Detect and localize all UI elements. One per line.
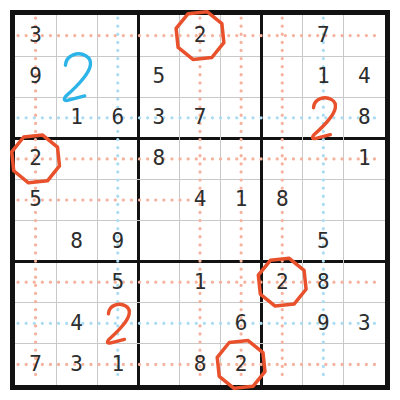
cell-r4c2[interactable] xyxy=(56,138,97,179)
cell-r3c2[interactable]: 1 xyxy=(56,97,97,138)
cell-r6c6[interactable] xyxy=(221,221,262,262)
cell-r5c2[interactable] xyxy=(56,179,97,220)
cell-r2c6[interactable] xyxy=(221,56,262,97)
cell-r8c3[interactable] xyxy=(97,303,138,344)
cell-r2c8[interactable]: 1 xyxy=(303,56,344,97)
cell-r2c4[interactable]: 5 xyxy=(138,56,179,97)
cell-r9c6[interactable]: 2 xyxy=(221,344,262,385)
cell-r9c4[interactable] xyxy=(138,344,179,385)
cell-r5c3[interactable] xyxy=(97,179,138,220)
cell-r7c9[interactable] xyxy=(344,262,385,303)
cell-r8c4[interactable] xyxy=(138,303,179,344)
cell-r9c7[interactable] xyxy=(262,344,303,385)
cell-r4c4[interactable]: 8 xyxy=(138,138,179,179)
cell-r5c7[interactable]: 8 xyxy=(262,179,303,220)
cell-r7c7[interactable]: 2 xyxy=(262,262,303,303)
cell-r6c8[interactable]: 5 xyxy=(303,221,344,262)
cell-r9c3[interactable]: 1 xyxy=(97,344,138,385)
sudoku-tutorial-canvas: 32795141637828154188955128469373182 xyxy=(0,0,400,400)
cell-r4c6[interactable] xyxy=(221,138,262,179)
cell-r1c6[interactable] xyxy=(221,15,262,56)
cell-r7c5[interactable]: 1 xyxy=(179,262,220,303)
cell-r7c3[interactable]: 5 xyxy=(97,262,138,303)
cell-r5c6[interactable]: 1 xyxy=(221,179,262,220)
cell-r8c9[interactable]: 3 xyxy=(344,303,385,344)
cell-r1c1[interactable]: 3 xyxy=(15,15,56,56)
cell-r5c5[interactable]: 4 xyxy=(179,179,220,220)
cell-r9c1[interactable]: 7 xyxy=(15,344,56,385)
cell-r6c3[interactable]: 9 xyxy=(97,221,138,262)
cell-r1c2[interactable] xyxy=(56,15,97,56)
cell-r2c3[interactable] xyxy=(97,56,138,97)
cell-r2c1[interactable]: 9 xyxy=(15,56,56,97)
cell-r3c8[interactable] xyxy=(303,97,344,138)
cell-r9c8[interactable] xyxy=(303,344,344,385)
cell-r3c7[interactable] xyxy=(262,97,303,138)
cell-r4c9[interactable]: 1 xyxy=(344,138,385,179)
cell-r2c9[interactable]: 4 xyxy=(344,56,385,97)
cell-r3c9[interactable]: 8 xyxy=(344,97,385,138)
cell-r5c4[interactable] xyxy=(138,179,179,220)
cell-r6c4[interactable] xyxy=(138,221,179,262)
cell-r6c1[interactable] xyxy=(15,221,56,262)
cell-r4c1[interactable]: 2 xyxy=(15,138,56,179)
cell-r9c9[interactable] xyxy=(344,344,385,385)
cell-r5c8[interactable] xyxy=(303,179,344,220)
cell-r3c3[interactable]: 6 xyxy=(97,97,138,138)
cell-r2c5[interactable] xyxy=(179,56,220,97)
cell-r7c1[interactable] xyxy=(15,262,56,303)
cell-r3c1[interactable] xyxy=(15,97,56,138)
cell-r3c6[interactable] xyxy=(221,97,262,138)
cells-layer: 32795141637828154188955128469373182 xyxy=(15,15,385,385)
sudoku-board: 32795141637828154188955128469373182 xyxy=(10,10,390,390)
cell-r2c2[interactable] xyxy=(56,56,97,97)
cell-r1c4[interactable] xyxy=(138,15,179,56)
cell-r8c1[interactable] xyxy=(15,303,56,344)
cell-r4c3[interactable] xyxy=(97,138,138,179)
cell-r3c4[interactable]: 3 xyxy=(138,97,179,138)
cell-r6c5[interactable] xyxy=(179,221,220,262)
cell-r6c9[interactable] xyxy=(344,221,385,262)
cell-r9c5[interactable]: 8 xyxy=(179,344,220,385)
cell-r6c7[interactable] xyxy=(262,221,303,262)
cell-r8c8[interactable]: 9 xyxy=(303,303,344,344)
cell-r4c7[interactable] xyxy=(262,138,303,179)
cell-r4c8[interactable] xyxy=(303,138,344,179)
cell-r6c2[interactable]: 8 xyxy=(56,221,97,262)
cell-r7c6[interactable] xyxy=(221,262,262,303)
cell-r8c5[interactable] xyxy=(179,303,220,344)
cell-r5c9[interactable] xyxy=(344,179,385,220)
cell-r7c4[interactable] xyxy=(138,262,179,303)
cell-r1c9[interactable] xyxy=(344,15,385,56)
cell-r1c8[interactable]: 7 xyxy=(303,15,344,56)
cell-r2c7[interactable] xyxy=(262,56,303,97)
cell-r1c3[interactable] xyxy=(97,15,138,56)
cell-r3c5[interactable]: 7 xyxy=(179,97,220,138)
cell-r1c5[interactable]: 2 xyxy=(179,15,220,56)
cell-r8c7[interactable] xyxy=(262,303,303,344)
cell-r1c7[interactable] xyxy=(262,15,303,56)
cell-r8c6[interactable]: 6 xyxy=(221,303,262,344)
cell-r4c5[interactable] xyxy=(179,138,220,179)
cell-r8c2[interactable]: 4 xyxy=(56,303,97,344)
cell-r5c1[interactable]: 5 xyxy=(15,179,56,220)
cell-r9c2[interactable]: 3 xyxy=(56,344,97,385)
cell-r7c2[interactable] xyxy=(56,262,97,303)
cell-r7c8[interactable]: 8 xyxy=(303,262,344,303)
